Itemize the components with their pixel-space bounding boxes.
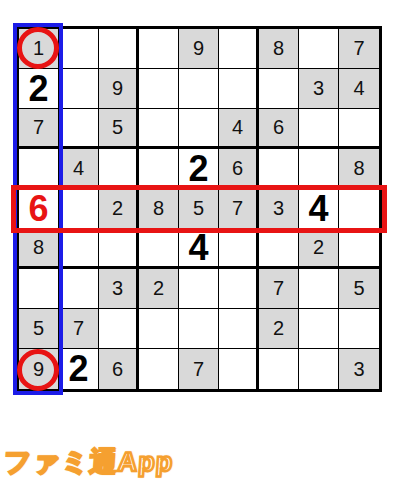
cell-r6c7[interactable] xyxy=(259,229,299,269)
cell-r7c9[interactable]: 5 xyxy=(339,269,379,309)
cell-r9c4[interactable] xyxy=(139,349,179,389)
cell-r1c7[interactable]: 8 xyxy=(259,29,299,69)
cell-r4c5[interactable]: 2 xyxy=(179,149,219,189)
cell-r5c6[interactable]: 7 xyxy=(219,189,259,229)
cell-r9c1[interactable]: 9 xyxy=(19,349,59,389)
cell-r9c2[interactable]: 2 xyxy=(59,349,99,389)
cell-r6c8[interactable]: 2 xyxy=(299,229,339,269)
cell-r1c6[interactable] xyxy=(219,29,259,69)
cell-r3c3[interactable]: 5 xyxy=(99,109,139,149)
cell-r7c6[interactable] xyxy=(219,269,259,309)
cell-r4c2[interactable]: 4 xyxy=(59,149,99,189)
cell-r1c4[interactable] xyxy=(139,29,179,69)
cell-r3c7[interactable]: 6 xyxy=(259,109,299,149)
cell-r8c1[interactable]: 5 xyxy=(19,309,59,349)
cell-r4c9[interactable]: 8 xyxy=(339,149,379,189)
cell-r5c8[interactable]: 4 xyxy=(299,189,339,229)
cell-r7c5[interactable] xyxy=(179,269,219,309)
cell-r7c2[interactable] xyxy=(59,269,99,309)
cell-r5c1[interactable]: 6 xyxy=(19,189,59,229)
cell-r2c5[interactable] xyxy=(179,69,219,109)
cell-r3c8[interactable] xyxy=(299,109,339,149)
cell-r1c9[interactable]: 7 xyxy=(339,29,379,69)
cell-r1c1[interactable]: 1 xyxy=(19,29,59,69)
cell-r3c6[interactable]: 4 xyxy=(219,109,259,149)
cell-r9c3[interactable]: 6 xyxy=(99,349,139,389)
cell-r5c3[interactable]: 2 xyxy=(99,189,139,229)
famitsu-app-watermark: ファミ通App xyxy=(3,444,175,480)
cell-r4c3[interactable] xyxy=(99,149,139,189)
sudoku-board: 19872934754642686285734842327557292673 xyxy=(16,26,382,392)
cell-r8c4[interactable] xyxy=(139,309,179,349)
cell-r6c3[interactable] xyxy=(99,229,139,269)
cell-r3c2[interactable] xyxy=(59,109,99,149)
cell-r1c2[interactable] xyxy=(59,29,99,69)
cell-r7c8[interactable] xyxy=(299,269,339,309)
cell-r2c8[interactable]: 3 xyxy=(299,69,339,109)
cell-r7c4[interactable]: 2 xyxy=(139,269,179,309)
cell-r2c3[interactable]: 9 xyxy=(99,69,139,109)
cell-r2c2[interactable] xyxy=(59,69,99,109)
cell-r3c4[interactable] xyxy=(139,109,179,149)
cell-r1c5[interactable]: 9 xyxy=(179,29,219,69)
cell-r6c1[interactable]: 8 xyxy=(19,229,59,269)
cell-r9c7[interactable] xyxy=(259,349,299,389)
cell-r2c4[interactable] xyxy=(139,69,179,109)
cell-r6c4[interactable] xyxy=(139,229,179,269)
sudoku-screenshot: 19872934754642686285734842327557292673 フ… xyxy=(0,0,400,485)
cell-r5c9[interactable] xyxy=(339,189,379,229)
cell-r4c7[interactable] xyxy=(259,149,299,189)
cell-r2c6[interactable] xyxy=(219,69,259,109)
cell-r9c6[interactable] xyxy=(219,349,259,389)
cell-r5c7[interactable]: 3 xyxy=(259,189,299,229)
cell-r9c8[interactable] xyxy=(299,349,339,389)
cell-r5c4[interactable]: 8 xyxy=(139,189,179,229)
cell-r4c4[interactable] xyxy=(139,149,179,189)
cell-r6c2[interactable] xyxy=(59,229,99,269)
cell-r8c9[interactable] xyxy=(339,309,379,349)
cell-r8c6[interactable] xyxy=(219,309,259,349)
cell-r6c5[interactable]: 4 xyxy=(179,229,219,269)
cell-r3c5[interactable] xyxy=(179,109,219,149)
cell-r2c1[interactable]: 2 xyxy=(19,69,59,109)
cell-r9c5[interactable]: 7 xyxy=(179,349,219,389)
cell-r7c3[interactable]: 3 xyxy=(99,269,139,309)
cell-r8c8[interactable] xyxy=(299,309,339,349)
cell-r8c3[interactable] xyxy=(99,309,139,349)
cell-r2c7[interactable] xyxy=(259,69,299,109)
cell-r5c2[interactable] xyxy=(59,189,99,229)
cell-r9c9[interactable]: 3 xyxy=(339,349,379,389)
cell-r7c1[interactable] xyxy=(19,269,59,309)
cell-r6c9[interactable] xyxy=(339,229,379,269)
cell-r8c2[interactable]: 7 xyxy=(59,309,99,349)
cell-r3c1[interactable]: 7 xyxy=(19,109,59,149)
cell-r1c3[interactable] xyxy=(99,29,139,69)
cell-r4c8[interactable] xyxy=(299,149,339,189)
cell-r7c7[interactable]: 7 xyxy=(259,269,299,309)
cell-r4c1[interactable] xyxy=(19,149,59,189)
cell-r3c9[interactable] xyxy=(339,109,379,149)
cell-r1c8[interactable] xyxy=(299,29,339,69)
cell-r2c9[interactable]: 4 xyxy=(339,69,379,109)
cell-r6c6[interactable] xyxy=(219,229,259,269)
cell-r5c5[interactable]: 5 xyxy=(179,189,219,229)
cell-r8c7[interactable]: 2 xyxy=(259,309,299,349)
cell-r4c6[interactable]: 6 xyxy=(219,149,259,189)
cell-r8c5[interactable] xyxy=(179,309,219,349)
